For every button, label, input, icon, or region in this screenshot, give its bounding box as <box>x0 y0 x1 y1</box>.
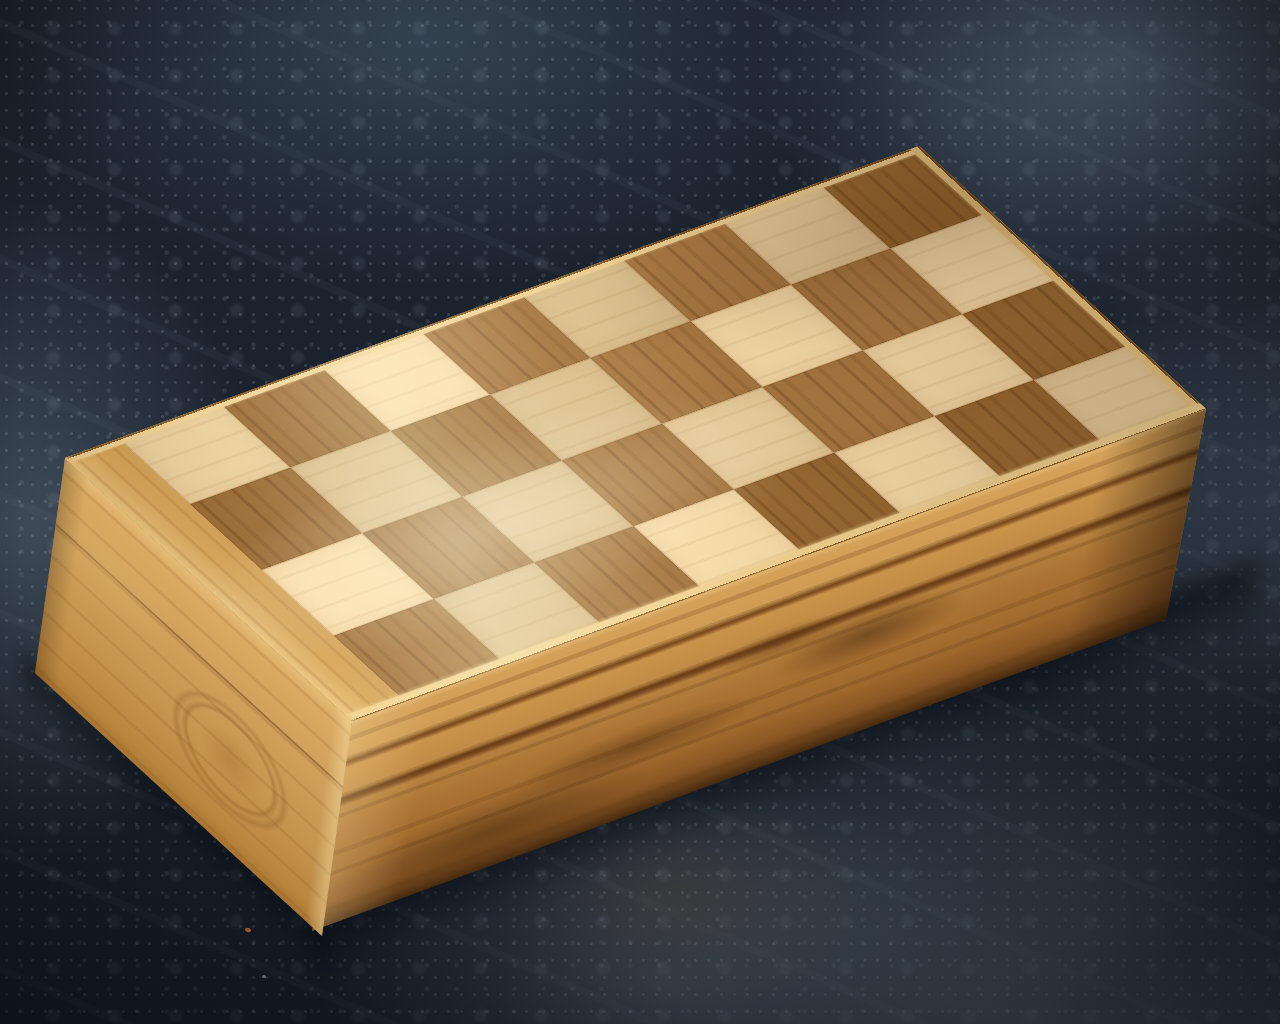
stone-fleck <box>262 975 266 978</box>
photo-scene <box>0 0 1280 1024</box>
